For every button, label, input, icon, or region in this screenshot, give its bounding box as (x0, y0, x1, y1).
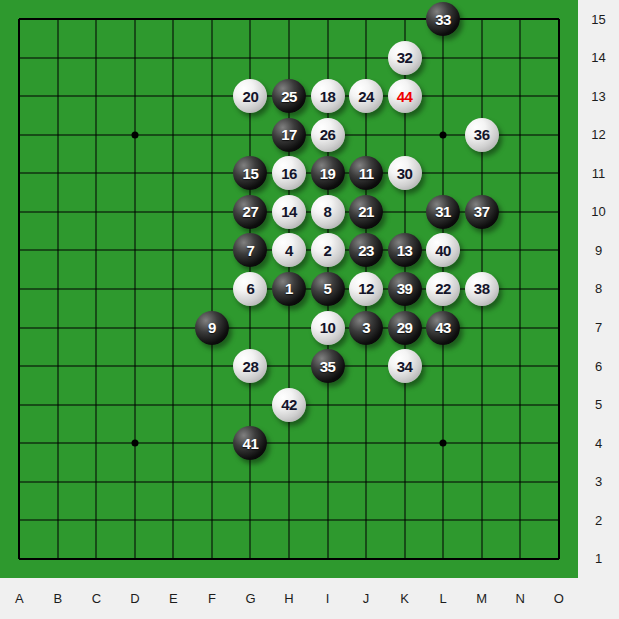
intersection-A14[interactable] (0, 39, 39, 78)
intersection-C7[interactable] (77, 308, 116, 347)
intersection-L9[interactable]: 40 (424, 231, 463, 270)
intersection-H12[interactable]: 17 (270, 116, 309, 155)
intersection-K13[interactable]: 44 (385, 77, 424, 116)
grid-line-v (520, 308, 521, 347)
intersection-H15[interactable] (270, 0, 309, 39)
intersection-H5[interactable]: 42 (270, 385, 309, 424)
grid-line-v (57, 462, 58, 501)
row-label-13: 13 (578, 77, 619, 116)
grid-line-v (211, 231, 212, 270)
intersection-A12[interactable] (0, 116, 39, 155)
intersection-B5[interactable] (39, 385, 78, 424)
intersection-J14[interactable] (347, 39, 386, 78)
grid-line-v (520, 424, 521, 463)
intersection-K11[interactable]: 30 (385, 154, 424, 193)
stone-4-H9: 4 (272, 233, 306, 267)
intersection-F3[interactable] (193, 462, 232, 501)
intersection-O14[interactable] (539, 39, 578, 78)
intersection-K1[interactable] (385, 539, 424, 578)
intersection-K7[interactable]: 29 (385, 308, 424, 347)
intersection-D12[interactable] (116, 116, 155, 155)
intersection-B11[interactable] (39, 154, 78, 193)
grid-line-v (366, 116, 367, 155)
intersection-D4[interactable] (116, 424, 155, 463)
intersection-K8[interactable]: 39 (385, 270, 424, 309)
intersection-O3[interactable] (539, 462, 578, 501)
intersection-B13[interactable] (39, 77, 78, 116)
grid-line-h (539, 250, 558, 251)
intersection-A5[interactable] (0, 385, 39, 424)
intersection-G9[interactable]: 7 (231, 231, 270, 270)
intersection-L8[interactable]: 22 (424, 270, 463, 309)
intersection-F4[interactable] (193, 424, 232, 463)
intersection-M13[interactable] (462, 77, 501, 116)
grid-line-v (134, 347, 135, 386)
intersection-D9[interactable] (116, 231, 155, 270)
intersection-D2[interactable] (116, 501, 155, 540)
intersection-L10[interactable]: 31 (424, 193, 463, 232)
grid-line-v (134, 39, 135, 78)
grid-line-v (18, 116, 20, 155)
intersection-N7[interactable] (501, 308, 540, 347)
intersection-D10[interactable] (116, 193, 155, 232)
intersection-A3[interactable] (0, 462, 39, 501)
intersection-K2[interactable] (385, 501, 424, 540)
intersection-F7[interactable]: 9 (193, 308, 232, 347)
grid-line-v (327, 424, 328, 463)
intersection-M10[interactable]: 37 (462, 193, 501, 232)
grid-line-v (134, 270, 135, 309)
intersection-O10[interactable] (539, 193, 578, 232)
move-number: 36 (474, 127, 490, 142)
intersection-G15[interactable] (231, 0, 270, 39)
star-point-L12 (440, 131, 447, 138)
intersection-H9[interactable]: 4 (270, 231, 309, 270)
intersection-O5[interactable] (539, 385, 578, 424)
intersection-B7[interactable] (39, 308, 78, 347)
move-number: 6 (247, 281, 255, 296)
grid-line-v (481, 347, 482, 386)
grid-line-h (539, 134, 558, 135)
intersection-C13[interactable] (77, 77, 116, 116)
intersection-B10[interactable] (39, 193, 78, 232)
intersection-O1[interactable] (539, 539, 578, 578)
intersection-A4[interactable] (0, 424, 39, 463)
grid-line-v (481, 77, 482, 116)
move-number: 27 (243, 204, 259, 219)
grid-line-v (558, 347, 560, 386)
intersection-H6[interactable] (270, 347, 309, 386)
grid-line-v (520, 385, 521, 424)
intersection-N6[interactable] (501, 347, 540, 386)
stone-38-M8: 38 (465, 272, 499, 306)
intersection-N10[interactable] (501, 193, 540, 232)
intersection-B6[interactable] (39, 347, 78, 386)
intersection-E12[interactable] (154, 116, 193, 155)
intersection-O8[interactable] (539, 270, 578, 309)
intersection-F2[interactable] (193, 501, 232, 540)
intersection-A8[interactable] (0, 270, 39, 309)
move-number: 33 (435, 12, 451, 27)
intersection-G10[interactable]: 27 (231, 193, 270, 232)
intersection-N14[interactable] (501, 39, 540, 78)
stone-18-I13: 18 (311, 79, 345, 113)
intersection-I8[interactable]: 5 (308, 270, 347, 309)
intersection-I9[interactable]: 2 (308, 231, 347, 270)
grid-line-v (57, 270, 58, 309)
move-number: 29 (397, 320, 413, 335)
grid-line-v (211, 539, 212, 558)
intersection-A13[interactable] (0, 77, 39, 116)
intersection-K6[interactable]: 34 (385, 347, 424, 386)
grid-line-v (558, 424, 560, 463)
grid-line-v (443, 385, 444, 424)
intersection-M1[interactable] (462, 539, 501, 578)
intersection-E10[interactable] (154, 193, 193, 232)
intersection-J4[interactable] (347, 424, 386, 463)
grid-line-v (443, 39, 444, 78)
intersection-B2[interactable] (39, 501, 78, 540)
intersection-I1[interactable] (308, 539, 347, 578)
grid-line-h (539, 327, 558, 328)
grid-line-h (19, 443, 38, 444)
intersection-L14[interactable] (424, 39, 463, 78)
intersection-H14[interactable] (270, 39, 309, 78)
intersection-L7[interactable]: 43 (424, 308, 463, 347)
intersection-M14[interactable] (462, 39, 501, 78)
intersection-C15[interactable] (77, 0, 116, 39)
intersection-C9[interactable] (77, 231, 116, 270)
intersection-F6[interactable] (193, 347, 232, 386)
intersection-I7[interactable]: 10 (308, 308, 347, 347)
intersection-N12[interactable] (501, 116, 540, 155)
intersection-J3[interactable] (347, 462, 386, 501)
intersection-O2[interactable] (539, 501, 578, 540)
intersection-D15[interactable] (116, 0, 155, 39)
intersection-O15[interactable] (539, 0, 578, 39)
intersection-G7[interactable] (231, 308, 270, 347)
intersection-C3[interactable] (77, 462, 116, 501)
intersection-D14[interactable] (116, 39, 155, 78)
intersection-M8[interactable]: 38 (462, 270, 501, 309)
grid-line-v (327, 19, 328, 38)
intersection-H10[interactable]: 14 (270, 193, 309, 232)
grid-line-v (327, 462, 328, 501)
intersection-J7[interactable]: 3 (347, 308, 386, 347)
intersection-M12[interactable]: 36 (462, 116, 501, 155)
intersection-A11[interactable] (0, 154, 39, 193)
intersection-D1[interactable] (116, 539, 155, 578)
stone-21-J10: 21 (349, 195, 383, 229)
intersection-L5[interactable] (424, 385, 463, 424)
intersection-J9[interactable]: 23 (347, 231, 386, 270)
intersection-I13[interactable]: 18 (308, 77, 347, 116)
intersection-F8[interactable] (193, 270, 232, 309)
intersection-I2[interactable] (308, 501, 347, 540)
intersection-N13[interactable] (501, 77, 540, 116)
intersection-B9[interactable] (39, 231, 78, 270)
intersection-E3[interactable] (154, 462, 193, 501)
intersection-E6[interactable] (154, 347, 193, 386)
intersection-F15[interactable] (193, 0, 232, 39)
intersection-M6[interactable] (462, 347, 501, 386)
grid-line-v (481, 231, 482, 270)
intersection-G12[interactable] (231, 116, 270, 155)
intersection-G1[interactable] (231, 539, 270, 578)
col-label-I: I (308, 578, 347, 619)
intersection-K14[interactable]: 32 (385, 39, 424, 78)
intersection-I3[interactable] (308, 462, 347, 501)
intersection-A9[interactable] (0, 231, 39, 270)
col-label-E: E (154, 578, 193, 619)
grid-line-v (96, 501, 97, 540)
intersection-F10[interactable] (193, 193, 232, 232)
grid-line-v (96, 462, 97, 501)
intersection-J1[interactable] (347, 539, 386, 578)
row-label-7: 7 (578, 308, 619, 347)
intersection-E4[interactable] (154, 424, 193, 463)
intersection-A1[interactable] (0, 539, 39, 578)
row-label-2: 2 (578, 501, 619, 540)
grid-line-v (520, 539, 521, 558)
intersection-B3[interactable] (39, 462, 78, 501)
intersection-K10[interactable] (385, 193, 424, 232)
grid-line-h (539, 404, 558, 405)
intersection-N1[interactable] (501, 539, 540, 578)
intersection-K5[interactable] (385, 385, 424, 424)
intersection-F12[interactable] (193, 116, 232, 155)
intersection-B4[interactable] (39, 424, 78, 463)
intersection-N11[interactable] (501, 154, 540, 193)
intersection-H11[interactable]: 16 (270, 154, 309, 193)
intersection-G14[interactable] (231, 39, 270, 78)
intersection-J6[interactable] (347, 347, 386, 386)
intersection-B14[interactable] (39, 39, 78, 78)
intersection-G6[interactable]: 28 (231, 347, 270, 386)
intersection-D3[interactable] (116, 462, 155, 501)
intersection-M15[interactable] (462, 0, 501, 39)
intersection-C14[interactable] (77, 39, 116, 78)
intersection-N5[interactable] (501, 385, 540, 424)
intersection-J8[interactable]: 12 (347, 270, 386, 309)
intersection-C6[interactable] (77, 347, 116, 386)
intersection-B8[interactable] (39, 270, 78, 309)
intersection-G3[interactable] (231, 462, 270, 501)
intersection-B1[interactable] (39, 539, 78, 578)
intersection-M2[interactable] (462, 501, 501, 540)
intersection-D13[interactable] (116, 77, 155, 116)
intersection-N15[interactable] (501, 0, 540, 39)
intersection-F1[interactable] (193, 539, 232, 578)
intersection-E2[interactable] (154, 501, 193, 540)
grid-line-v (96, 77, 97, 116)
intersection-J2[interactable] (347, 501, 386, 540)
intersection-M9[interactable] (462, 231, 501, 270)
intersection-L1[interactable] (424, 539, 463, 578)
intersection-H2[interactable] (270, 501, 309, 540)
intersection-L6[interactable] (424, 347, 463, 386)
intersection-D8[interactable] (116, 270, 155, 309)
intersection-K9[interactable]: 13 (385, 231, 424, 270)
intersection-E15[interactable] (154, 0, 193, 39)
intersection-K4[interactable] (385, 424, 424, 463)
intersection-O13[interactable] (539, 77, 578, 116)
intersection-I4[interactable] (308, 424, 347, 463)
intersection-C10[interactable] (77, 193, 116, 232)
grid-line-v (250, 308, 251, 347)
intersection-C2[interactable] (77, 501, 116, 540)
intersection-C4[interactable] (77, 424, 116, 463)
grid-line-v (173, 19, 174, 38)
intersection-E1[interactable] (154, 539, 193, 578)
col-label-D: D (116, 578, 155, 619)
intersection-A7[interactable] (0, 308, 39, 347)
intersection-I11[interactable]: 19 (308, 154, 347, 193)
intersection-C1[interactable] (77, 539, 116, 578)
intersection-G13[interactable]: 20 (231, 77, 270, 116)
intersection-G2[interactable] (231, 501, 270, 540)
grid-line-v (211, 19, 212, 38)
intersection-L11[interactable] (424, 154, 463, 193)
intersection-G5[interactable] (231, 385, 270, 424)
intersection-E9[interactable] (154, 231, 193, 270)
grid-line-h (19, 520, 38, 521)
intersection-I6[interactable]: 35 (308, 347, 347, 386)
intersection-G4[interactable]: 41 (231, 424, 270, 463)
intersection-J10[interactable]: 21 (347, 193, 386, 232)
intersection-F11[interactable] (193, 154, 232, 193)
stone-20-G13: 20 (233, 79, 267, 113)
intersection-L2[interactable] (424, 501, 463, 540)
intersection-L12[interactable] (424, 116, 463, 155)
intersection-O9[interactable] (539, 231, 578, 270)
move-number: 34 (397, 359, 413, 374)
grid-line-v (404, 501, 405, 540)
grid-line-v (520, 270, 521, 309)
intersection-E7[interactable] (154, 308, 193, 347)
intersection-L4[interactable] (424, 424, 463, 463)
intersection-A10[interactable] (0, 193, 39, 232)
intersection-N4[interactable] (501, 424, 540, 463)
intersection-B12[interactable] (39, 116, 78, 155)
grid-line-v (520, 77, 521, 116)
intersection-E13[interactable] (154, 77, 193, 116)
move-number: 7 (247, 243, 255, 258)
grid-line-v (481, 385, 482, 424)
grid-line-v (558, 77, 560, 116)
intersection-F5[interactable] (193, 385, 232, 424)
move-number: 39 (397, 281, 413, 296)
grid-line-h (539, 96, 558, 97)
intersection-C8[interactable] (77, 270, 116, 309)
intersection-O4[interactable] (539, 424, 578, 463)
grid-line-v (250, 385, 251, 424)
intersection-J12[interactable] (347, 116, 386, 155)
grid-line-v (173, 347, 174, 386)
intersection-H3[interactable] (270, 462, 309, 501)
intersection-N3[interactable] (501, 462, 540, 501)
intersection-M4[interactable] (462, 424, 501, 463)
intersection-I15[interactable] (308, 0, 347, 39)
intersection-L15[interactable]: 33 (424, 0, 463, 39)
intersection-H4[interactable] (270, 424, 309, 463)
intersection-E14[interactable] (154, 39, 193, 78)
intersection-K12[interactable] (385, 116, 424, 155)
intersection-H7[interactable] (270, 308, 309, 347)
intersection-E5[interactable] (154, 385, 193, 424)
intersection-O11[interactable] (539, 154, 578, 193)
intersection-C5[interactable] (77, 385, 116, 424)
intersection-N2[interactable] (501, 501, 540, 540)
stone-41-G4: 41 (233, 426, 267, 460)
intersection-B15[interactable] (39, 0, 78, 39)
intersection-M5[interactable] (462, 385, 501, 424)
stone-19-I11: 19 (311, 156, 345, 190)
intersection-D5[interactable] (116, 385, 155, 424)
intersection-M3[interactable] (462, 462, 501, 501)
grid-line-v (134, 154, 135, 193)
move-number: 9 (208, 320, 216, 335)
intersection-F13[interactable] (193, 77, 232, 116)
intersection-G11[interactable]: 15 (231, 154, 270, 193)
intersection-K15[interactable] (385, 0, 424, 39)
intersection-G8[interactable]: 6 (231, 270, 270, 309)
intersection-J13[interactable]: 24 (347, 77, 386, 116)
grid-line-v (173, 231, 174, 270)
intersection-E8[interactable] (154, 270, 193, 309)
intersection-L3[interactable] (424, 462, 463, 501)
intersection-C12[interactable] (77, 116, 116, 155)
intersection-M7[interactable] (462, 308, 501, 347)
intersection-A15[interactable] (0, 0, 39, 39)
intersection-D11[interactable] (116, 154, 155, 193)
intersection-K3[interactable] (385, 462, 424, 501)
intersection-N9[interactable] (501, 231, 540, 270)
intersection-E11[interactable] (154, 154, 193, 193)
intersection-N8[interactable] (501, 270, 540, 309)
intersection-F9[interactable] (193, 231, 232, 270)
grid-line-v (443, 501, 444, 540)
intersection-I10[interactable]: 8 (308, 193, 347, 232)
intersection-O6[interactable] (539, 347, 578, 386)
intersection-H1[interactable] (270, 539, 309, 578)
intersection-A6[interactable] (0, 347, 39, 386)
grid-line-v (96, 270, 97, 309)
intersection-I14[interactable] (308, 39, 347, 78)
intersection-D7[interactable] (116, 308, 155, 347)
intersection-M11[interactable] (462, 154, 501, 193)
grid-line-v (327, 385, 328, 424)
intersection-H13[interactable]: 25 (270, 77, 309, 116)
intersection-D6[interactable] (116, 347, 155, 386)
intersection-F14[interactable] (193, 39, 232, 78)
intersection-I5[interactable] (308, 385, 347, 424)
intersection-J5[interactable] (347, 385, 386, 424)
grid-line-v (134, 539, 135, 558)
intersection-C11[interactable] (77, 154, 116, 193)
intersection-I12[interactable]: 26 (308, 116, 347, 155)
intersection-J11[interactable]: 11 (347, 154, 386, 193)
intersection-H8[interactable]: 1 (270, 270, 309, 309)
intersection-O7[interactable] (539, 308, 578, 347)
intersection-L13[interactable] (424, 77, 463, 116)
grid-line-v (57, 39, 58, 78)
move-number: 2 (324, 243, 332, 258)
intersection-J15[interactable] (347, 0, 386, 39)
grid-line-v (211, 39, 212, 78)
intersection-O12[interactable] (539, 116, 578, 155)
intersection-A2[interactable] (0, 501, 39, 540)
